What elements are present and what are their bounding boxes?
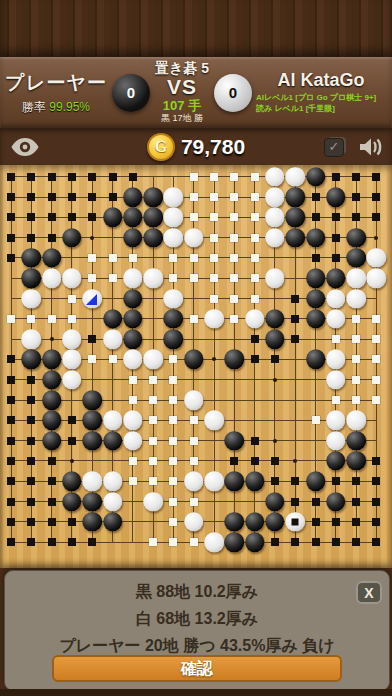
black-stone[interactable] bbox=[82, 431, 102, 451]
black-stone[interactable] bbox=[21, 248, 41, 268]
black-territory-marker[interactable] bbox=[326, 512, 346, 532]
white-stone[interactable] bbox=[204, 532, 224, 552]
black-territory-marker[interactable] bbox=[245, 451, 265, 471]
black-stone[interactable] bbox=[42, 349, 62, 369]
black-stone[interactable] bbox=[265, 492, 285, 512]
white-stone[interactable] bbox=[346, 289, 366, 309]
white-territory-marker[interactable] bbox=[163, 492, 183, 512]
white-stone[interactable] bbox=[265, 228, 285, 248]
black-territory-marker[interactable] bbox=[42, 187, 62, 207]
black-territory-marker[interactable] bbox=[1, 228, 21, 248]
white-stone[interactable] bbox=[62, 329, 82, 349]
black-territory-marker[interactable] bbox=[366, 492, 386, 512]
white-territory-marker[interactable] bbox=[184, 268, 204, 288]
white-territory-marker[interactable] bbox=[184, 248, 204, 268]
white-territory-marker[interactable] bbox=[82, 248, 102, 268]
black-territory-marker[interactable] bbox=[1, 471, 21, 491]
white-territory-marker[interactable] bbox=[143, 410, 163, 430]
black-territory-marker[interactable] bbox=[326, 207, 346, 227]
white-stone[interactable] bbox=[326, 309, 346, 329]
black-territory-marker[interactable] bbox=[21, 187, 41, 207]
white-territory-marker[interactable] bbox=[224, 309, 244, 329]
white-territory-marker[interactable] bbox=[326, 390, 346, 410]
black-stone[interactable] bbox=[224, 349, 244, 369]
black-territory-marker[interactable] bbox=[366, 451, 386, 471]
black-territory-marker[interactable] bbox=[306, 207, 326, 227]
white-stone[interactable] bbox=[21, 289, 41, 309]
white-territory-marker[interactable] bbox=[204, 289, 224, 309]
white-territory-marker[interactable] bbox=[306, 410, 326, 430]
white-territory-marker[interactable] bbox=[82, 349, 102, 369]
black-stone[interactable] bbox=[265, 309, 285, 329]
black-territory-marker[interactable] bbox=[346, 532, 366, 552]
white-territory-marker[interactable] bbox=[82, 268, 102, 288]
black-stone[interactable] bbox=[42, 390, 62, 410]
black-stone[interactable] bbox=[123, 289, 143, 309]
white-stone[interactable] bbox=[204, 309, 224, 329]
black-stone[interactable] bbox=[346, 431, 366, 451]
white-territory-marker[interactable] bbox=[204, 268, 224, 288]
black-stone[interactable] bbox=[346, 228, 366, 248]
white-territory-marker[interactable] bbox=[245, 167, 265, 187]
white-territory-marker[interactable] bbox=[103, 268, 123, 288]
black-territory-marker[interactable] bbox=[21, 207, 41, 227]
black-territory-marker[interactable] bbox=[42, 167, 62, 187]
black-territory-marker[interactable] bbox=[245, 329, 265, 349]
white-territory-marker[interactable] bbox=[245, 187, 265, 207]
black-stone[interactable] bbox=[143, 187, 163, 207]
black-stone[interactable] bbox=[265, 512, 285, 532]
black-stone[interactable] bbox=[163, 309, 183, 329]
black-territory-marker[interactable] bbox=[245, 431, 265, 451]
white-territory-marker[interactable] bbox=[184, 451, 204, 471]
black-stone[interactable] bbox=[123, 187, 143, 207]
white-territory-marker[interactable] bbox=[326, 329, 346, 349]
black-stone[interactable] bbox=[306, 471, 326, 491]
white-stone[interactable] bbox=[265, 207, 285, 227]
black-territory-marker[interactable] bbox=[285, 309, 305, 329]
white-territory-marker[interactable] bbox=[163, 471, 183, 491]
white-stone[interactable] bbox=[62, 268, 82, 288]
white-territory-marker[interactable] bbox=[346, 390, 366, 410]
white-territory-marker[interactable] bbox=[224, 228, 244, 248]
dead-white-stone[interactable] bbox=[285, 512, 305, 532]
black-territory-marker[interactable] bbox=[326, 248, 346, 268]
black-stone[interactable] bbox=[123, 329, 143, 349]
white-stone[interactable] bbox=[184, 471, 204, 491]
white-territory-marker[interactable] bbox=[123, 390, 143, 410]
black-stone[interactable] bbox=[123, 207, 143, 227]
black-territory-marker[interactable] bbox=[366, 532, 386, 552]
speaker-icon[interactable] bbox=[358, 136, 384, 158]
white-stone[interactable] bbox=[163, 228, 183, 248]
white-stone[interactable] bbox=[184, 228, 204, 248]
white-stone[interactable] bbox=[123, 349, 143, 369]
white-stone[interactable] bbox=[103, 329, 123, 349]
white-territory-marker[interactable] bbox=[143, 370, 163, 390]
white-territory-marker[interactable] bbox=[346, 309, 366, 329]
black-territory-marker[interactable] bbox=[62, 207, 82, 227]
neutral-dot[interactable] bbox=[285, 451, 305, 471]
black-territory-marker[interactable] bbox=[265, 451, 285, 471]
white-stone[interactable] bbox=[163, 187, 183, 207]
black-territory-marker[interactable] bbox=[326, 471, 346, 491]
white-territory-marker[interactable] bbox=[163, 268, 183, 288]
white-territory-marker[interactable] bbox=[204, 228, 224, 248]
black-stone[interactable] bbox=[224, 431, 244, 451]
black-stone[interactable] bbox=[163, 329, 183, 349]
white-territory-marker[interactable] bbox=[245, 268, 265, 288]
white-stone[interactable] bbox=[163, 207, 183, 227]
white-stone[interactable] bbox=[265, 187, 285, 207]
checkbox-icon[interactable]: ✓ bbox=[324, 137, 346, 157]
white-territory-marker[interactable] bbox=[123, 248, 143, 268]
black-stone[interactable] bbox=[62, 471, 82, 491]
black-territory-marker[interactable] bbox=[366, 471, 386, 491]
white-stone[interactable] bbox=[103, 492, 123, 512]
black-territory-marker[interactable] bbox=[21, 390, 41, 410]
black-stone[interactable] bbox=[346, 451, 366, 471]
white-territory-marker[interactable] bbox=[366, 309, 386, 329]
white-territory-marker[interactable] bbox=[184, 187, 204, 207]
white-territory-marker[interactable] bbox=[163, 390, 183, 410]
black-stone[interactable] bbox=[224, 532, 244, 552]
white-territory-marker[interactable] bbox=[163, 512, 183, 532]
black-territory-marker[interactable] bbox=[366, 187, 386, 207]
black-territory-marker[interactable] bbox=[1, 390, 21, 410]
black-territory-marker[interactable] bbox=[326, 167, 346, 187]
black-territory-marker[interactable] bbox=[1, 207, 21, 227]
black-territory-marker[interactable] bbox=[82, 329, 102, 349]
black-territory-marker[interactable] bbox=[326, 228, 346, 248]
black-territory-marker[interactable] bbox=[21, 512, 41, 532]
neutral-dot[interactable] bbox=[82, 228, 102, 248]
white-territory-marker[interactable] bbox=[204, 187, 224, 207]
black-territory-marker[interactable] bbox=[265, 471, 285, 491]
black-territory-marker[interactable] bbox=[346, 492, 366, 512]
black-territory-marker[interactable] bbox=[42, 451, 62, 471]
white-territory-marker[interactable] bbox=[184, 431, 204, 451]
black-territory-marker[interactable] bbox=[1, 492, 21, 512]
white-territory-marker[interactable] bbox=[1, 309, 21, 329]
black-territory-marker[interactable] bbox=[306, 532, 326, 552]
white-territory-marker[interactable] bbox=[123, 471, 143, 491]
black-territory-marker[interactable] bbox=[21, 167, 41, 187]
black-stone[interactable] bbox=[42, 370, 62, 390]
white-territory-marker[interactable] bbox=[184, 410, 204, 430]
white-territory-marker[interactable] bbox=[204, 248, 224, 268]
black-territory-marker[interactable] bbox=[82, 207, 102, 227]
black-stone[interactable] bbox=[224, 471, 244, 491]
black-territory-marker[interactable] bbox=[21, 492, 41, 512]
white-territory-marker[interactable] bbox=[245, 228, 265, 248]
black-stone[interactable] bbox=[326, 451, 346, 471]
black-stone[interactable] bbox=[123, 228, 143, 248]
white-territory-marker[interactable] bbox=[42, 309, 62, 329]
black-stone[interactable] bbox=[285, 228, 305, 248]
black-territory-marker[interactable] bbox=[82, 187, 102, 207]
black-stone[interactable] bbox=[306, 167, 326, 187]
white-stone[interactable] bbox=[245, 309, 265, 329]
white-territory-marker[interactable] bbox=[143, 451, 163, 471]
white-territory-marker[interactable] bbox=[163, 349, 183, 369]
white-stone[interactable] bbox=[184, 390, 204, 410]
white-stone[interactable] bbox=[21, 329, 41, 349]
white-stone[interactable] bbox=[163, 289, 183, 309]
black-territory-marker[interactable] bbox=[1, 451, 21, 471]
black-territory-marker[interactable] bbox=[1, 187, 21, 207]
black-stone[interactable] bbox=[62, 228, 82, 248]
black-territory-marker[interactable] bbox=[346, 187, 366, 207]
white-territory-marker[interactable] bbox=[163, 370, 183, 390]
white-territory-marker[interactable] bbox=[184, 492, 204, 512]
black-territory-marker[interactable] bbox=[306, 512, 326, 532]
white-territory-marker[interactable] bbox=[143, 390, 163, 410]
white-stone[interactable] bbox=[326, 289, 346, 309]
neutral-dot[interactable] bbox=[204, 349, 224, 369]
black-stone[interactable] bbox=[82, 410, 102, 430]
black-territory-marker[interactable] bbox=[62, 410, 82, 430]
black-stone[interactable] bbox=[103, 431, 123, 451]
black-territory-marker[interactable] bbox=[1, 349, 21, 369]
black-territory-marker[interactable] bbox=[346, 512, 366, 532]
black-stone[interactable] bbox=[21, 268, 41, 288]
white-stone[interactable] bbox=[204, 410, 224, 430]
black-territory-marker[interactable] bbox=[21, 228, 41, 248]
black-stone[interactable] bbox=[82, 390, 102, 410]
white-stone[interactable] bbox=[285, 167, 305, 187]
white-territory-marker[interactable] bbox=[103, 248, 123, 268]
white-territory-marker[interactable] bbox=[224, 289, 244, 309]
black-territory-marker[interactable] bbox=[62, 532, 82, 552]
white-stone[interactable] bbox=[346, 410, 366, 430]
white-territory-marker[interactable] bbox=[143, 471, 163, 491]
last-move-white-stone[interactable] bbox=[82, 289, 102, 309]
black-stone[interactable] bbox=[306, 289, 326, 309]
black-territory-marker[interactable] bbox=[366, 167, 386, 187]
white-stone[interactable] bbox=[265, 167, 285, 187]
black-territory-marker[interactable] bbox=[245, 349, 265, 369]
eye-icon[interactable] bbox=[10, 136, 40, 158]
white-territory-marker[interactable] bbox=[346, 370, 366, 390]
black-territory-marker[interactable] bbox=[285, 471, 305, 491]
black-territory-marker[interactable] bbox=[62, 431, 82, 451]
black-stone[interactable] bbox=[326, 492, 346, 512]
white-territory-marker[interactable] bbox=[366, 349, 386, 369]
black-territory-marker[interactable] bbox=[62, 167, 82, 187]
neutral-dot[interactable] bbox=[42, 329, 62, 349]
black-territory-marker[interactable] bbox=[1, 370, 21, 390]
white-territory-marker[interactable] bbox=[224, 248, 244, 268]
white-territory-marker[interactable] bbox=[163, 431, 183, 451]
black-stone[interactable] bbox=[224, 512, 244, 532]
white-stone[interactable] bbox=[103, 471, 123, 491]
white-stone[interactable] bbox=[366, 248, 386, 268]
black-stone[interactable] bbox=[103, 512, 123, 532]
confirm-button[interactable]: 確認 bbox=[52, 655, 342, 682]
neutral-dot[interactable] bbox=[366, 228, 386, 248]
white-territory-marker[interactable] bbox=[143, 431, 163, 451]
white-territory-marker[interactable] bbox=[224, 187, 244, 207]
black-territory-marker[interactable] bbox=[42, 512, 62, 532]
black-territory-marker[interactable] bbox=[82, 532, 102, 552]
black-stone[interactable] bbox=[103, 309, 123, 329]
neutral-dot[interactable] bbox=[265, 370, 285, 390]
black-territory-marker[interactable] bbox=[62, 187, 82, 207]
black-territory-marker[interactable] bbox=[306, 492, 326, 512]
white-territory-marker[interactable] bbox=[366, 390, 386, 410]
white-territory-marker[interactable] bbox=[224, 207, 244, 227]
white-territory-marker[interactable] bbox=[184, 309, 204, 329]
white-territory-marker[interactable] bbox=[123, 370, 143, 390]
black-stone[interactable] bbox=[143, 228, 163, 248]
white-territory-marker[interactable] bbox=[184, 207, 204, 227]
black-territory-marker[interactable] bbox=[306, 248, 326, 268]
black-stone[interactable] bbox=[265, 329, 285, 349]
white-stone[interactable] bbox=[123, 268, 143, 288]
black-territory-marker[interactable] bbox=[21, 370, 41, 390]
black-stone[interactable] bbox=[306, 349, 326, 369]
white-stone[interactable] bbox=[103, 410, 123, 430]
white-territory-marker[interactable] bbox=[245, 248, 265, 268]
white-territory-marker[interactable] bbox=[143, 532, 163, 552]
white-stone[interactable] bbox=[62, 370, 82, 390]
white-territory-marker[interactable] bbox=[245, 289, 265, 309]
black-territory-marker[interactable] bbox=[21, 471, 41, 491]
white-territory-marker[interactable] bbox=[346, 349, 366, 369]
white-territory-marker[interactable] bbox=[224, 268, 244, 288]
white-territory-marker[interactable] bbox=[184, 167, 204, 187]
black-stone[interactable] bbox=[285, 187, 305, 207]
black-stone[interactable] bbox=[82, 492, 102, 512]
black-territory-marker[interactable] bbox=[21, 532, 41, 552]
white-stone[interactable] bbox=[346, 268, 366, 288]
black-stone[interactable] bbox=[306, 228, 326, 248]
white-stone[interactable] bbox=[42, 268, 62, 288]
black-stone[interactable] bbox=[245, 532, 265, 552]
black-stone[interactable] bbox=[103, 207, 123, 227]
white-territory-marker[interactable] bbox=[163, 410, 183, 430]
black-stone[interactable] bbox=[21, 349, 41, 369]
white-territory-marker[interactable] bbox=[163, 532, 183, 552]
black-stone[interactable] bbox=[285, 207, 305, 227]
black-territory-marker[interactable] bbox=[82, 167, 102, 187]
black-territory-marker[interactable] bbox=[265, 349, 285, 369]
close-button[interactable]: X bbox=[356, 581, 382, 604]
black-territory-marker[interactable] bbox=[1, 248, 21, 268]
white-stone[interactable] bbox=[143, 268, 163, 288]
black-territory-marker[interactable] bbox=[42, 532, 62, 552]
white-stone[interactable] bbox=[326, 370, 346, 390]
white-stone[interactable] bbox=[326, 349, 346, 369]
white-stone[interactable] bbox=[366, 268, 386, 288]
black-territory-marker[interactable] bbox=[346, 167, 366, 187]
go-board[interactable] bbox=[0, 165, 392, 568]
white-territory-marker[interactable] bbox=[103, 349, 123, 369]
black-territory-marker[interactable] bbox=[346, 471, 366, 491]
white-stone[interactable] bbox=[82, 471, 102, 491]
black-stone[interactable] bbox=[123, 309, 143, 329]
white-territory-marker[interactable] bbox=[62, 289, 82, 309]
white-stone[interactable] bbox=[143, 492, 163, 512]
black-territory-marker[interactable] bbox=[1, 532, 21, 552]
white-stone[interactable] bbox=[123, 410, 143, 430]
white-territory-marker[interactable] bbox=[366, 370, 386, 390]
black-territory-marker[interactable] bbox=[1, 410, 21, 430]
white-territory-marker[interactable] bbox=[21, 309, 41, 329]
white-territory-marker[interactable] bbox=[204, 167, 224, 187]
black-stone[interactable] bbox=[245, 512, 265, 532]
black-territory-marker[interactable] bbox=[42, 228, 62, 248]
black-stone[interactable] bbox=[245, 471, 265, 491]
white-stone[interactable] bbox=[326, 431, 346, 451]
black-territory-marker[interactable] bbox=[62, 512, 82, 532]
black-territory-marker[interactable] bbox=[326, 532, 346, 552]
white-territory-marker[interactable] bbox=[366, 329, 386, 349]
neutral-dot[interactable] bbox=[265, 431, 285, 451]
white-territory-marker[interactable] bbox=[62, 309, 82, 329]
black-territory-marker[interactable] bbox=[103, 167, 123, 187]
black-territory-marker[interactable] bbox=[21, 410, 41, 430]
black-territory-marker[interactable] bbox=[285, 329, 305, 349]
white-territory-marker[interactable] bbox=[245, 207, 265, 227]
black-territory-marker[interactable] bbox=[1, 167, 21, 187]
white-territory-marker[interactable] bbox=[346, 329, 366, 349]
black-stone[interactable] bbox=[326, 187, 346, 207]
white-stone[interactable] bbox=[265, 268, 285, 288]
neutral-dot[interactable] bbox=[62, 451, 82, 471]
white-stone[interactable] bbox=[143, 349, 163, 369]
black-territory-marker[interactable] bbox=[366, 512, 386, 532]
black-stone[interactable] bbox=[82, 512, 102, 532]
white-territory-marker[interactable] bbox=[224, 167, 244, 187]
black-territory-marker[interactable] bbox=[21, 431, 41, 451]
white-territory-marker[interactable] bbox=[163, 248, 183, 268]
black-territory-marker[interactable] bbox=[285, 289, 305, 309]
black-stone[interactable] bbox=[326, 268, 346, 288]
black-territory-marker[interactable] bbox=[306, 187, 326, 207]
black-territory-marker[interactable] bbox=[366, 207, 386, 227]
black-stone[interactable] bbox=[306, 309, 326, 329]
black-stone[interactable] bbox=[62, 492, 82, 512]
black-stone[interactable] bbox=[42, 431, 62, 451]
black-stone[interactable] bbox=[184, 349, 204, 369]
black-territory-marker[interactable] bbox=[123, 167, 143, 187]
black-territory-marker[interactable] bbox=[42, 471, 62, 491]
black-territory-marker[interactable] bbox=[265, 532, 285, 552]
black-territory-marker[interactable] bbox=[1, 431, 21, 451]
white-stone[interactable] bbox=[204, 471, 224, 491]
black-territory-marker[interactable] bbox=[42, 492, 62, 512]
black-territory-marker[interactable] bbox=[103, 187, 123, 207]
black-territory-marker[interactable] bbox=[285, 492, 305, 512]
black-territory-marker[interactable] bbox=[42, 207, 62, 227]
black-territory-marker[interactable] bbox=[285, 532, 305, 552]
black-stone[interactable] bbox=[306, 268, 326, 288]
black-territory-marker[interactable] bbox=[1, 512, 21, 532]
black-territory-marker[interactable] bbox=[224, 451, 244, 471]
white-stone[interactable] bbox=[326, 410, 346, 430]
black-territory-marker[interactable] bbox=[346, 207, 366, 227]
white-territory-marker[interactable] bbox=[123, 451, 143, 471]
black-stone[interactable] bbox=[42, 410, 62, 430]
white-stone[interactable] bbox=[62, 349, 82, 369]
white-territory-marker[interactable] bbox=[163, 451, 183, 471]
white-territory-marker[interactable] bbox=[204, 207, 224, 227]
white-stone[interactable] bbox=[184, 512, 204, 532]
black-stone[interactable] bbox=[346, 248, 366, 268]
black-territory-marker[interactable] bbox=[21, 451, 41, 471]
